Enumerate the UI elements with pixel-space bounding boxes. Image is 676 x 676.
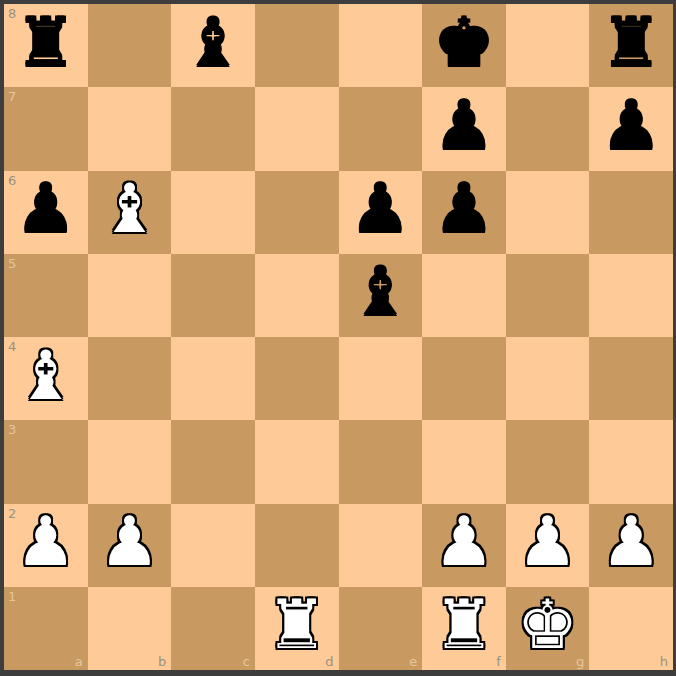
square-c7[interactable] bbox=[171, 87, 255, 170]
square-f2[interactable]: ♟ bbox=[422, 504, 506, 587]
white-bishop-icon[interactable]: ♝ bbox=[15, 337, 76, 416]
white-pawn-icon[interactable]: ♟ bbox=[15, 504, 76, 583]
square-c8[interactable]: ♝ bbox=[171, 4, 255, 87]
square-c2[interactable] bbox=[171, 504, 255, 587]
black-pawn-icon[interactable]: ♟ bbox=[15, 171, 76, 250]
square-d4[interactable] bbox=[255, 337, 339, 420]
rank-label-1: 1 bbox=[8, 590, 16, 603]
white-rook-icon[interactable]: ♜ bbox=[433, 587, 494, 666]
square-b6[interactable]: ♝ bbox=[88, 171, 172, 254]
square-d3[interactable] bbox=[255, 420, 339, 503]
square-h6[interactable] bbox=[589, 171, 673, 254]
square-e4[interactable] bbox=[339, 337, 423, 420]
square-g3[interactable] bbox=[506, 420, 590, 503]
file-label-b: b bbox=[158, 655, 166, 668]
square-c4[interactable] bbox=[171, 337, 255, 420]
square-b1[interactable]: b bbox=[88, 587, 172, 670]
square-g8[interactable] bbox=[506, 4, 590, 87]
square-f8[interactable]: ♚ bbox=[422, 4, 506, 87]
square-e2[interactable] bbox=[339, 504, 423, 587]
square-c6[interactable] bbox=[171, 171, 255, 254]
square-e8[interactable] bbox=[339, 4, 423, 87]
black-pawn-icon[interactable]: ♟ bbox=[433, 171, 494, 250]
square-e5[interactable]: ♝ bbox=[339, 254, 423, 337]
square-c1[interactable]: c bbox=[171, 587, 255, 670]
square-f4[interactable] bbox=[422, 337, 506, 420]
square-a5[interactable]: 5 bbox=[4, 254, 88, 337]
white-pawn-icon[interactable]: ♟ bbox=[601, 504, 662, 583]
square-g5[interactable] bbox=[506, 254, 590, 337]
square-a7[interactable]: 7 bbox=[4, 87, 88, 170]
square-c5[interactable] bbox=[171, 254, 255, 337]
square-e3[interactable] bbox=[339, 420, 423, 503]
square-h4[interactable] bbox=[589, 337, 673, 420]
white-rook-icon[interactable]: ♜ bbox=[266, 587, 327, 666]
square-h3[interactable] bbox=[589, 420, 673, 503]
white-king-icon[interactable]: ♚ bbox=[517, 587, 578, 666]
black-pawn-icon[interactable]: ♟ bbox=[601, 87, 662, 166]
file-label-h: h bbox=[660, 655, 668, 668]
file-label-a: a bbox=[75, 655, 83, 668]
square-a8[interactable]: 8♜ bbox=[4, 4, 88, 87]
square-h1[interactable]: h bbox=[589, 587, 673, 670]
square-e1[interactable]: e bbox=[339, 587, 423, 670]
rank-label-3: 3 bbox=[8, 423, 16, 436]
square-a1[interactable]: 1a bbox=[4, 587, 88, 670]
square-a3[interactable]: 3 bbox=[4, 420, 88, 503]
square-f3[interactable] bbox=[422, 420, 506, 503]
black-rook-icon[interactable]: ♜ bbox=[15, 4, 76, 83]
square-b3[interactable] bbox=[88, 420, 172, 503]
square-e7[interactable] bbox=[339, 87, 423, 170]
square-f6[interactable]: ♟ bbox=[422, 171, 506, 254]
square-d7[interactable] bbox=[255, 87, 339, 170]
black-bishop-icon[interactable]: ♝ bbox=[350, 254, 411, 333]
rank-label-7: 7 bbox=[8, 90, 16, 103]
square-b5[interactable] bbox=[88, 254, 172, 337]
square-e6[interactable]: ♟ bbox=[339, 171, 423, 254]
square-b8[interactable] bbox=[88, 4, 172, 87]
chess-board-frame: 8♜♝♚♜7♟♟6♟♝♟♟5♝4♝32♟♟♟♟♟1abcd♜ef♜g♚h bbox=[0, 0, 676, 676]
square-g6[interactable] bbox=[506, 171, 590, 254]
black-king-icon[interactable]: ♚ bbox=[433, 4, 494, 83]
square-f1[interactable]: f♜ bbox=[422, 587, 506, 670]
rank-label-5: 5 bbox=[8, 257, 16, 270]
square-b7[interactable] bbox=[88, 87, 172, 170]
square-a2[interactable]: 2♟ bbox=[4, 504, 88, 587]
square-g2[interactable]: ♟ bbox=[506, 504, 590, 587]
square-d5[interactable] bbox=[255, 254, 339, 337]
square-d1[interactable]: d♜ bbox=[255, 587, 339, 670]
square-d8[interactable] bbox=[255, 4, 339, 87]
black-pawn-icon[interactable]: ♟ bbox=[433, 87, 494, 166]
square-h5[interactable] bbox=[589, 254, 673, 337]
square-b4[interactable] bbox=[88, 337, 172, 420]
square-h8[interactable]: ♜ bbox=[589, 4, 673, 87]
black-bishop-icon[interactable]: ♝ bbox=[183, 4, 244, 83]
square-g7[interactable] bbox=[506, 87, 590, 170]
square-d2[interactable] bbox=[255, 504, 339, 587]
chess-board: 8♜♝♚♜7♟♟6♟♝♟♟5♝4♝32♟♟♟♟♟1abcd♜ef♜g♚h bbox=[4, 4, 673, 670]
square-d6[interactable] bbox=[255, 171, 339, 254]
square-b2[interactable]: ♟ bbox=[88, 504, 172, 587]
square-h2[interactable]: ♟ bbox=[589, 504, 673, 587]
white-pawn-icon[interactable]: ♟ bbox=[517, 504, 578, 583]
square-c3[interactable] bbox=[171, 420, 255, 503]
black-pawn-icon[interactable]: ♟ bbox=[350, 171, 411, 250]
file-label-e: e bbox=[409, 655, 417, 668]
white-pawn-icon[interactable]: ♟ bbox=[433, 504, 494, 583]
file-label-c: c bbox=[243, 655, 250, 668]
square-h7[interactable]: ♟ bbox=[589, 87, 673, 170]
square-f7[interactable]: ♟ bbox=[422, 87, 506, 170]
black-rook-icon[interactable]: ♜ bbox=[601, 4, 662, 83]
white-bishop-icon[interactable]: ♝ bbox=[99, 171, 160, 250]
square-g4[interactable] bbox=[506, 337, 590, 420]
square-f5[interactable] bbox=[422, 254, 506, 337]
white-pawn-icon[interactable]: ♟ bbox=[99, 504, 160, 583]
square-a6[interactable]: 6♟ bbox=[4, 171, 88, 254]
square-a4[interactable]: 4♝ bbox=[4, 337, 88, 420]
file-label-f: f bbox=[496, 655, 501, 668]
square-g1[interactable]: g♚ bbox=[506, 587, 590, 670]
